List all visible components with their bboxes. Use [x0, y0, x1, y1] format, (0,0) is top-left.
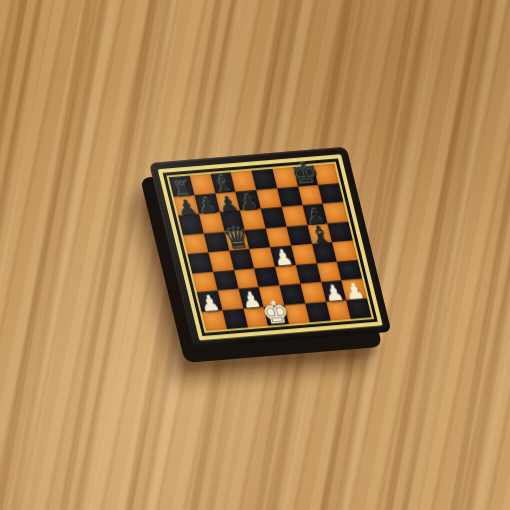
square-h3 — [337, 260, 362, 281]
square-h6 — [323, 202, 348, 223]
chess-board: ♜♝♚♟♟♟♟♟♛♝♟♟♟♟♟♚ — [169, 164, 372, 331]
chessboard-print: ♜♝♚♟♟♟♟♟♛♝♟♟♟♟♟♚ — [158, 154, 383, 340]
square-h5 — [328, 221, 353, 242]
square-h4 — [332, 241, 357, 262]
wood-table-background: ♜♝♚♟♟♟♟♟♛♝♟♟♟♟♟♚ — [0, 0, 510, 510]
board-outer-frame: ♜♝♚♟♟♟♟♟♛♝♟♟♟♟♟♚ — [158, 154, 383, 340]
square-h7 — [318, 183, 343, 204]
square-h1 — [346, 298, 371, 319]
square-h2: ♟ — [342, 279, 367, 300]
board-inner-frame: ♜♝♚♟♟♟♟♟♛♝♟♟♟♟♟♚ — [166, 162, 374, 333]
lego-chessboard-tile: ♜♝♚♟♟♟♟♟♛♝♟♟♟♟♟♚ — [149, 163, 347, 351]
square-h8 — [314, 164, 339, 185]
